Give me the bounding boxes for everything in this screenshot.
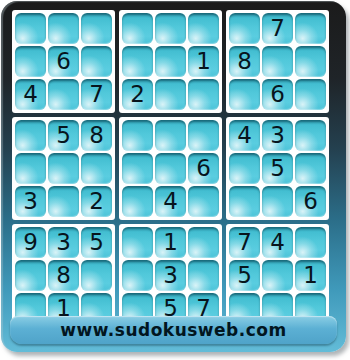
sudoku-box-3-1: 93581 (12, 224, 115, 327)
cell-r5c2[interactable] (48, 153, 79, 184)
site-link[interactable]: www.sudokusweb.com (60, 320, 286, 340)
cell-r4c9[interactable] (295, 120, 326, 151)
cell-r4c8[interactable]: 3 (262, 120, 293, 151)
cell-r5c7[interactable] (229, 153, 260, 184)
cell-r6c9[interactable]: 6 (295, 186, 326, 217)
sudoku-box-1-1: 647 (12, 10, 115, 113)
cell-r8c4[interactable] (122, 260, 153, 291)
cell-r3c6[interactable] (188, 79, 219, 110)
cell-r8c5[interactable]: 3 (155, 260, 186, 291)
cell-r7c2[interactable]: 3 (48, 227, 79, 258)
cell-r8c6[interactable] (188, 260, 219, 291)
sudoku-board: 6471278658326443569358113577451 (12, 10, 329, 327)
cell-r6c7[interactable] (229, 186, 260, 217)
cell-r5c6[interactable]: 6 (188, 153, 219, 184)
cell-r7c9[interactable] (295, 227, 326, 258)
cell-r2c6[interactable]: 1 (188, 46, 219, 77)
cell-r2c8[interactable] (262, 46, 293, 77)
cell-r3c7[interactable] (229, 79, 260, 110)
cell-r1c2[interactable] (48, 13, 79, 44)
cell-r3c3[interactable]: 7 (81, 79, 112, 110)
cell-r5c4[interactable] (122, 153, 153, 184)
cell-r7c5[interactable]: 1 (155, 227, 186, 258)
cell-r1c3[interactable] (81, 13, 112, 44)
cell-r1c7[interactable] (229, 13, 260, 44)
cell-r6c3[interactable]: 2 (81, 186, 112, 217)
cell-r2c1[interactable] (15, 46, 46, 77)
sudoku-box-3-2: 1357 (119, 224, 222, 327)
sudoku-box-2-2: 64 (119, 117, 222, 220)
cell-r2c5[interactable] (155, 46, 186, 77)
page: 6471278658326443569358113577451 www.sudo… (0, 0, 350, 360)
cell-r2c2[interactable]: 6 (48, 46, 79, 77)
cell-r1c6[interactable] (188, 13, 219, 44)
cell-r7c8[interactable]: 4 (262, 227, 293, 258)
cell-r4c2[interactable]: 5 (48, 120, 79, 151)
cell-r3c1[interactable]: 4 (15, 79, 46, 110)
cell-r8c8[interactable] (262, 260, 293, 291)
cell-r1c8[interactable]: 7 (262, 13, 293, 44)
cell-r1c9[interactable] (295, 13, 326, 44)
cell-r3c8[interactable]: 6 (262, 79, 293, 110)
cell-r1c1[interactable] (15, 13, 46, 44)
cell-r6c8[interactable] (262, 186, 293, 217)
cell-r7c4[interactable] (122, 227, 153, 258)
cell-r4c3[interactable]: 8 (81, 120, 112, 151)
cell-r3c9[interactable] (295, 79, 326, 110)
cell-r4c4[interactable] (122, 120, 153, 151)
cell-r4c1[interactable] (15, 120, 46, 151)
cell-r4c7[interactable]: 4 (229, 120, 260, 151)
cell-r2c7[interactable]: 8 (229, 46, 260, 77)
cell-r6c1[interactable]: 3 (15, 186, 46, 217)
cell-r4c6[interactable] (188, 120, 219, 151)
cell-r6c5[interactable]: 4 (155, 186, 186, 217)
board-frame: 6471278658326443569358113577451 www.sudo… (1, 1, 346, 352)
sudoku-box-2-1: 5832 (12, 117, 115, 220)
footer-bar: www.sudokusweb.com (10, 316, 337, 344)
cell-r7c7[interactable]: 7 (229, 227, 260, 258)
cell-r5c9[interactable] (295, 153, 326, 184)
cell-r4c5[interactable] (155, 120, 186, 151)
cell-r1c5[interactable] (155, 13, 186, 44)
cell-r3c5[interactable] (155, 79, 186, 110)
cell-r7c1[interactable]: 9 (15, 227, 46, 258)
cell-r5c1[interactable] (15, 153, 46, 184)
sudoku-box-2-3: 4356 (226, 117, 329, 220)
sudoku-box-1-3: 786 (226, 10, 329, 113)
cell-r3c2[interactable] (48, 79, 79, 110)
cell-r5c8[interactable]: 5 (262, 153, 293, 184)
cell-r8c3[interactable] (81, 260, 112, 291)
cell-r7c3[interactable]: 5 (81, 227, 112, 258)
cell-r6c6[interactable] (188, 186, 219, 217)
cell-r1c4[interactable] (122, 13, 153, 44)
cell-r2c4[interactable] (122, 46, 153, 77)
cell-r2c9[interactable] (295, 46, 326, 77)
cell-r8c2[interactable]: 8 (48, 260, 79, 291)
cell-r8c9[interactable]: 1 (295, 260, 326, 291)
sudoku-box-3-3: 7451 (226, 224, 329, 327)
cell-r5c5[interactable] (155, 153, 186, 184)
cell-r7c6[interactable] (188, 227, 219, 258)
cell-r5c3[interactable] (81, 153, 112, 184)
cell-r6c4[interactable] (122, 186, 153, 217)
cell-r8c7[interactable]: 5 (229, 260, 260, 291)
cell-r8c1[interactable] (15, 260, 46, 291)
cell-r2c3[interactable] (81, 46, 112, 77)
cell-r3c4[interactable]: 2 (122, 79, 153, 110)
sudoku-box-1-2: 12 (119, 10, 222, 113)
cell-r6c2[interactable] (48, 186, 79, 217)
